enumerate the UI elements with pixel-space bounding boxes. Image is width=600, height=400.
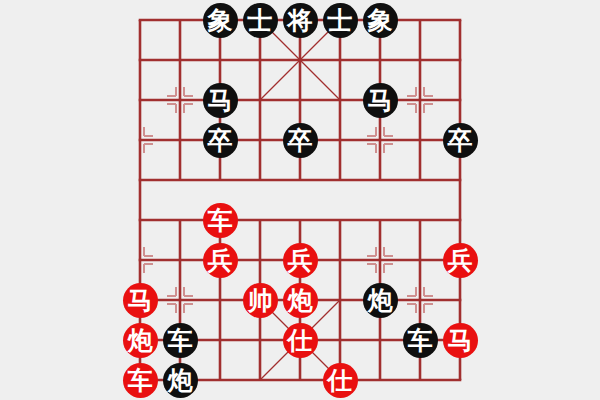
piece-red-general[interactable]: 帅 <box>243 283 278 318</box>
piece-red-cannon[interactable]: 炮 <box>123 323 158 358</box>
piece-red-advisor[interactable]: 仕 <box>283 323 318 358</box>
xiangqi-board: 象士将士象马马卒卒卒车兵兵兵马帅炮炮炮车仕车马车炮仕 <box>0 0 600 400</box>
piece-black-soldier[interactable]: 卒 <box>283 123 318 158</box>
piece-black-horse[interactable]: 马 <box>363 83 398 118</box>
piece-black-elephant[interactable]: 象 <box>203 3 238 38</box>
piece-red-advisor[interactable]: 仕 <box>323 363 358 398</box>
piece-red-horse[interactable]: 马 <box>123 283 158 318</box>
piece-black-advisor[interactable]: 士 <box>243 3 278 38</box>
piece-black-elephant[interactable]: 象 <box>363 3 398 38</box>
piece-black-chariot[interactable]: 车 <box>163 323 198 358</box>
piece-red-chariot[interactable]: 车 <box>123 363 158 398</box>
piece-black-horse[interactable]: 马 <box>203 83 238 118</box>
piece-red-soldier[interactable]: 兵 <box>283 243 318 278</box>
piece-red-soldier[interactable]: 兵 <box>443 243 478 278</box>
piece-red-cannon[interactable]: 炮 <box>283 283 318 318</box>
piece-red-horse[interactable]: 马 <box>443 323 478 358</box>
piece-black-cannon[interactable]: 炮 <box>163 363 198 398</box>
piece-black-chariot[interactable]: 车 <box>403 323 438 358</box>
piece-black-advisor[interactable]: 士 <box>323 3 358 38</box>
piece-red-chariot[interactable]: 车 <box>203 203 238 238</box>
piece-red-soldier[interactable]: 兵 <box>203 243 238 278</box>
pieces-layer: 象士将士象马马卒卒卒车兵兵兵马帅炮炮炮车仕车马车炮仕 <box>0 0 600 400</box>
piece-black-cannon[interactable]: 炮 <box>363 283 398 318</box>
piece-black-general[interactable]: 将 <box>283 3 318 38</box>
piece-black-soldier[interactable]: 卒 <box>203 123 238 158</box>
piece-black-soldier[interactable]: 卒 <box>443 123 478 158</box>
